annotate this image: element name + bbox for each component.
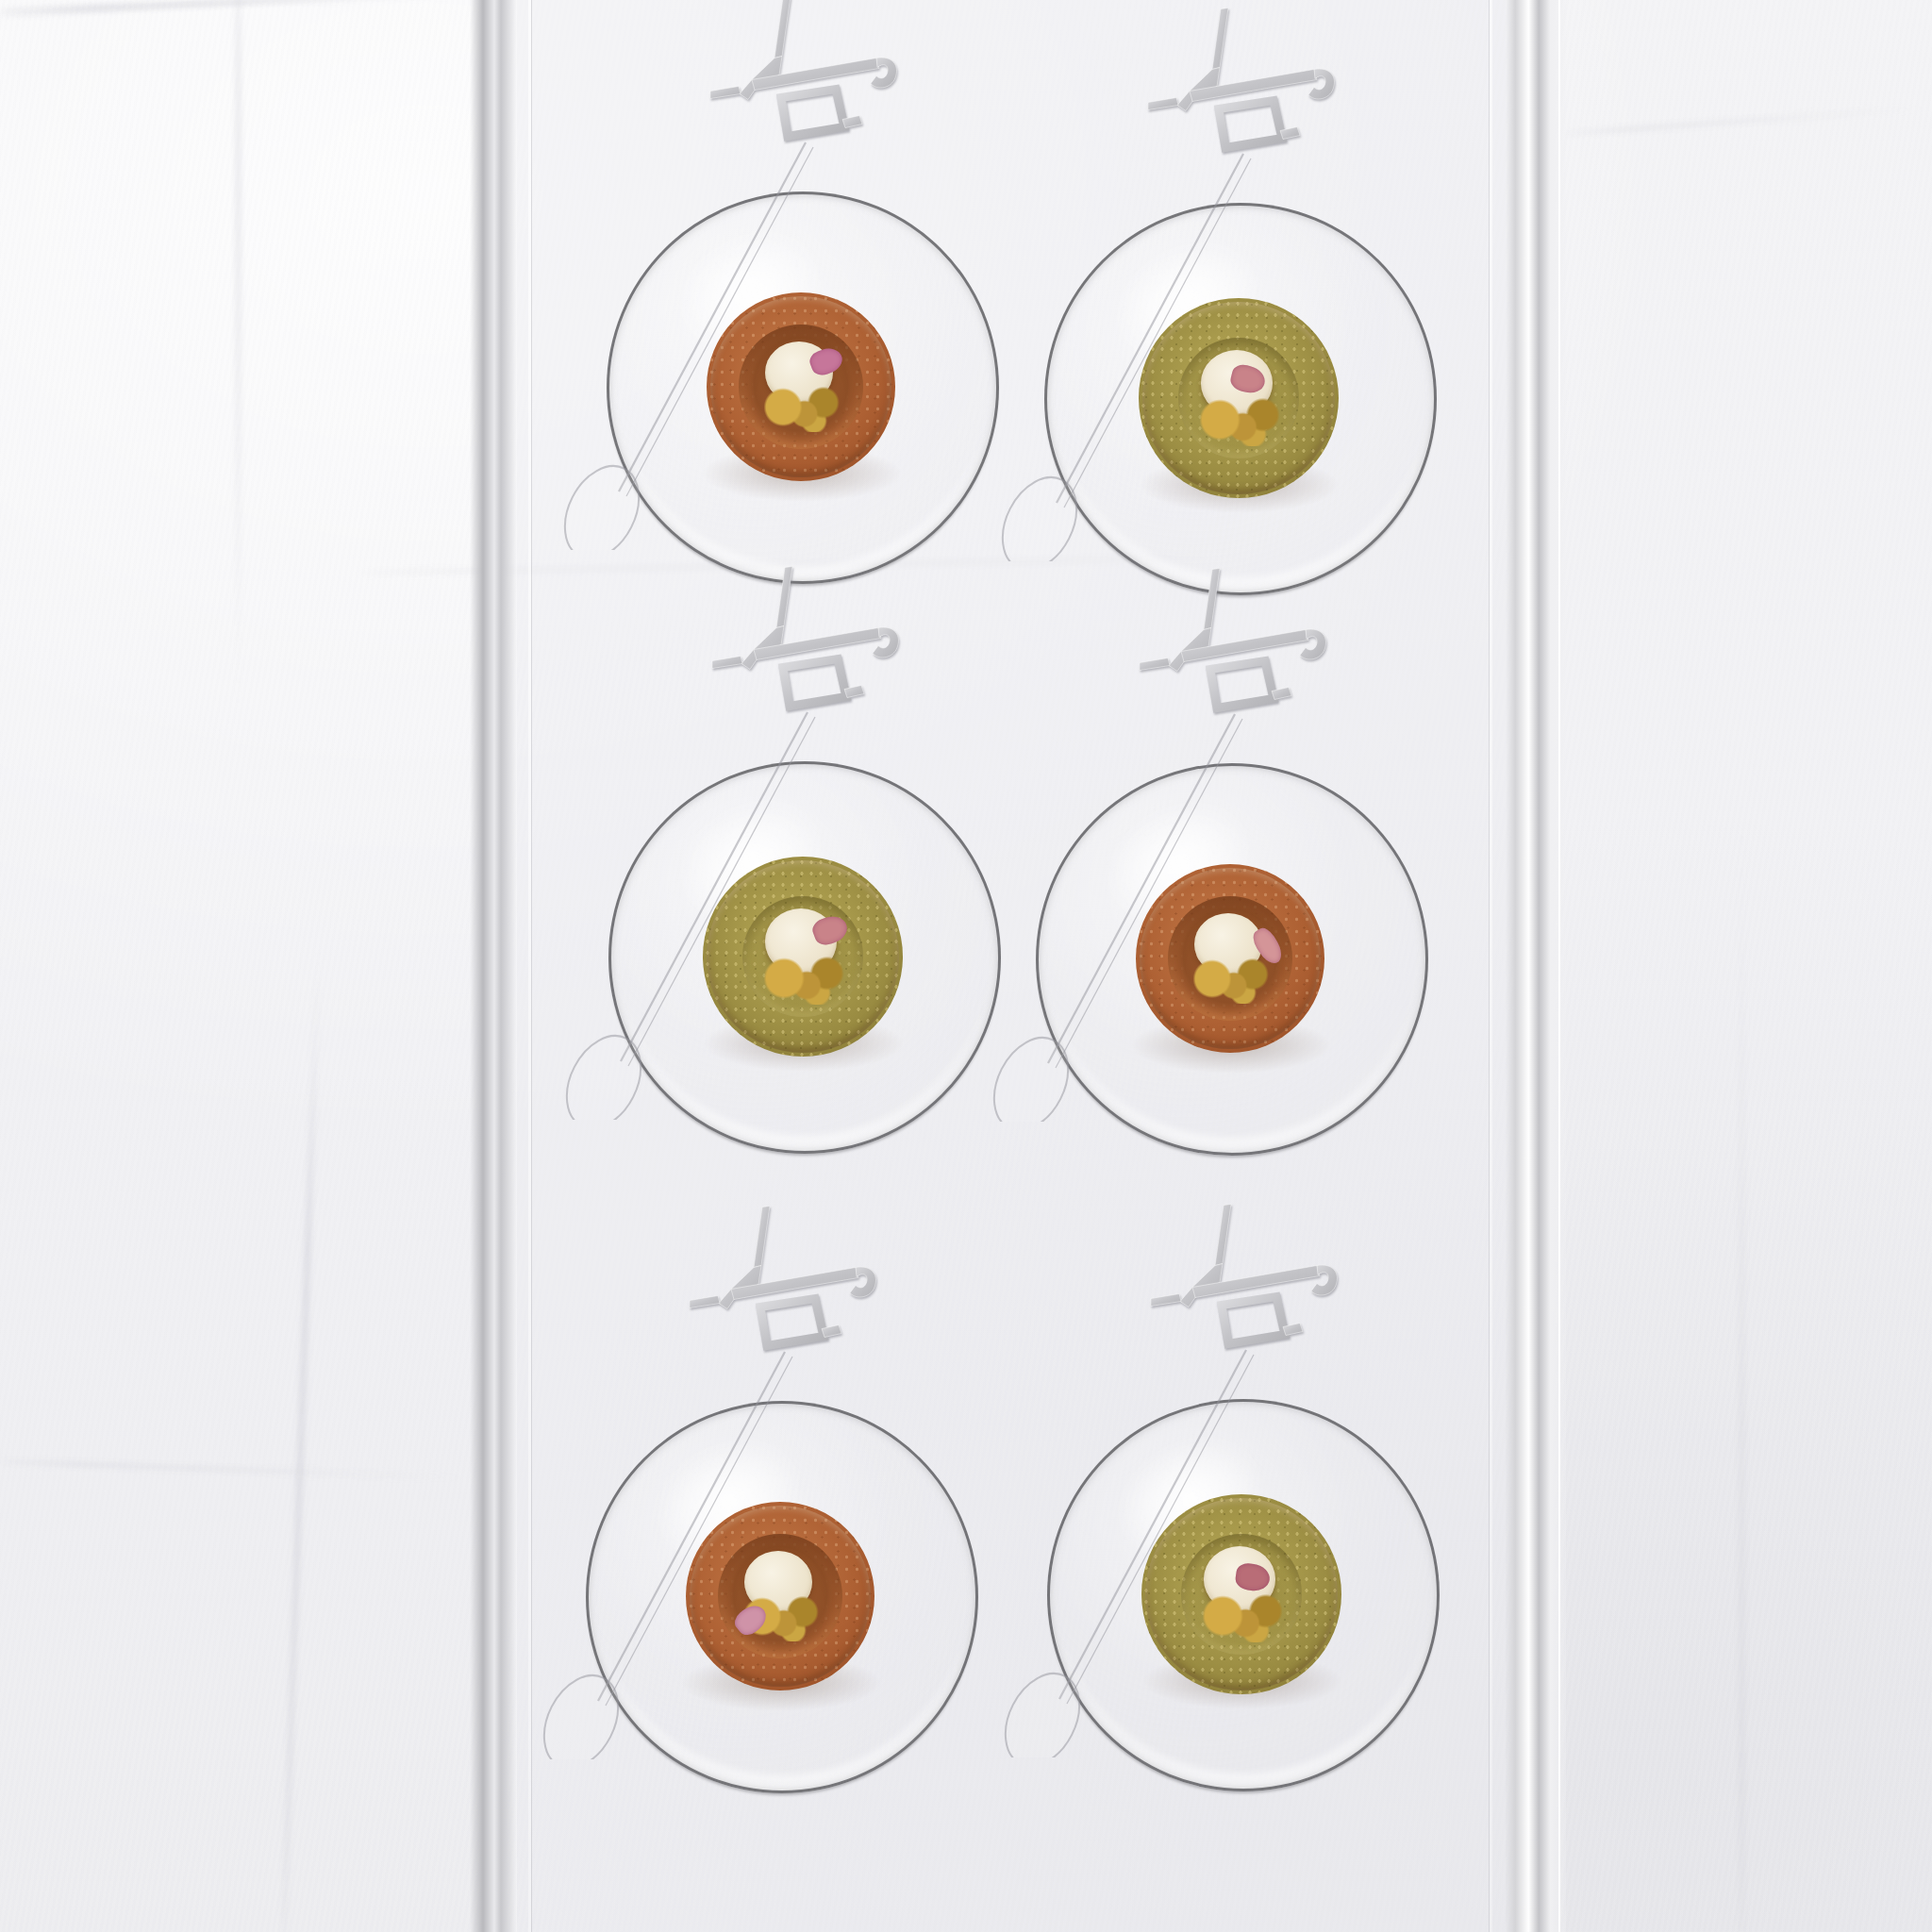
chopped-pistachio-topping	[1199, 398, 1283, 446]
cream-dollop	[765, 908, 837, 974]
place-setting-r3c2	[1014, 1144, 1467, 1805]
chopped-pistachio-topping	[1202, 1594, 1286, 1642]
acrylic-tray-left-edge	[470, 0, 517, 1932]
place-setting-r2c1	[575, 507, 1028, 1167]
cream-dollop	[1201, 350, 1273, 416]
acrylic-tray-right-edge	[1506, 0, 1566, 1932]
cream-dollop	[1194, 913, 1262, 975]
cake-crater	[742, 896, 862, 1016]
mini-cake-pistachio	[703, 857, 903, 1057]
rose-petal	[1228, 362, 1268, 395]
cake-crumb-texture	[1139, 298, 1339, 498]
cake-crater	[1178, 338, 1298, 458]
chopped-pistachio-topping	[763, 387, 842, 432]
arabic-calligraphy-logo	[693, 563, 910, 738]
arabic-calligraphy-logo	[1121, 565, 1338, 740]
mini-cake-honey-semolina	[686, 1502, 874, 1690]
cream-dollop	[765, 341, 833, 404]
cake-crater	[718, 1534, 842, 1658]
arabic-calligraphy-logo	[671, 1203, 888, 1377]
tray-reflection-streak	[1490, 0, 1492, 1932]
mini-cake-pistachio	[1141, 1494, 1341, 1694]
rose-petal	[1249, 924, 1287, 968]
chopped-pistachio-topping	[1192, 958, 1272, 1004]
chopped-pistachio-topping	[763, 957, 847, 1005]
photo-stage	[0, 0, 1932, 1932]
rose-petal	[1234, 1562, 1272, 1592]
cake-crumb-texture	[703, 857, 903, 1057]
tray-reflection-streak	[528, 0, 531, 1932]
arabic-calligraphy-logo	[1129, 5, 1346, 179]
mini-cake-pistachio	[1139, 298, 1339, 498]
cloth-fold	[236, 0, 241, 717]
cake-crumb-texture	[1141, 1494, 1341, 1694]
cake-crumb-texture	[1136, 864, 1324, 1053]
rose-petal	[808, 344, 846, 378]
place-setting-r1c2	[1011, 0, 1464, 608]
arabic-calligraphy-logo	[691, 0, 908, 168]
cake-crater	[1168, 896, 1292, 1021]
cream-dollop	[1204, 1546, 1275, 1612]
cake-crumb-texture	[686, 1502, 874, 1690]
chopped-pistachio-topping	[742, 1596, 822, 1641]
cloth-fold	[1740, 811, 1744, 1932]
rose-petal	[809, 911, 850, 947]
mini-cake-honey-semolina	[707, 292, 895, 481]
rose-petal	[731, 1600, 772, 1640]
mini-cake-honey-semolina	[1136, 864, 1324, 1053]
place-setting-r2c2	[1003, 508, 1456, 1169]
place-setting-r3c1	[553, 1146, 1006, 1807]
cake-crumb-texture	[707, 292, 895, 481]
cream-dollop	[744, 1551, 812, 1613]
cake-crater	[1181, 1534, 1301, 1654]
arabic-calligraphy-logo	[1132, 1201, 1349, 1375]
cake-crater	[739, 325, 863, 449]
